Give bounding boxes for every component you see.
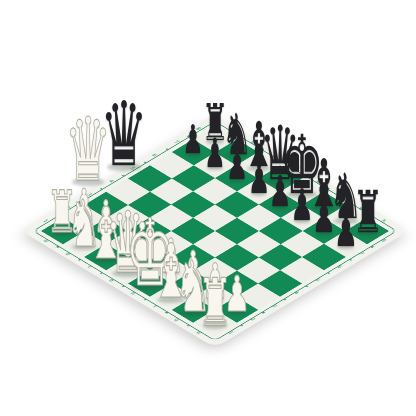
border-dot	[240, 325, 243, 327]
coordinate-label: h	[195, 330, 202, 334]
coordinate-label: 4	[107, 179, 114, 183]
coordinate-label: e	[314, 180, 321, 184]
coordinate-label: 1	[227, 330, 234, 334]
border-dot	[305, 285, 308, 287]
coordinate-label: 7	[172, 140, 179, 144]
border-dot	[143, 299, 146, 301]
coordinate-label: 3	[85, 192, 92, 196]
border-dot	[371, 246, 374, 248]
border-dot	[262, 312, 265, 314]
border-dot	[100, 272, 103, 274]
border-dot	[165, 312, 168, 314]
border-dot	[327, 188, 330, 190]
border-dot	[305, 174, 308, 176]
border-dot	[78, 201, 81, 203]
coordinate-label: 5	[314, 278, 321, 282]
coordinate-label: e	[130, 291, 137, 295]
border-dot	[56, 246, 59, 248]
coordinate-label: 4	[292, 291, 299, 295]
border-dot	[284, 299, 287, 301]
border-dot	[370, 214, 373, 216]
border-dot	[283, 161, 286, 163]
border-dot	[187, 135, 190, 137]
coordinate-label: 5	[129, 166, 136, 170]
coordinate-label: b	[249, 140, 256, 144]
coordinate-label: f	[151, 304, 158, 308]
border-dot	[78, 259, 81, 261]
border-dot	[349, 259, 352, 261]
coordinate-label: 7	[358, 251, 365, 255]
border-dot	[143, 161, 146, 163]
border-dot	[187, 325, 190, 327]
coordinate-label: d	[293, 166, 300, 170]
border-dot	[56, 214, 59, 216]
border-dot	[165, 148, 168, 150]
coordinate-label: 2	[249, 317, 256, 321]
border-dot	[349, 201, 352, 203]
coordinate-label: c	[271, 153, 278, 157]
coordinate-label: a	[43, 239, 50, 243]
coordinate-label: h	[380, 219, 387, 223]
coordinate-label: a	[227, 127, 234, 131]
border-dot	[121, 285, 124, 287]
coordinate-label: b	[64, 252, 71, 256]
coordinate-label: 1	[42, 219, 49, 223]
coordinate-label: f	[336, 193, 343, 197]
chess-set-photo: aa88bb77cc66dd55ee44ff33gg22hh11 ♜♞♟♛♟♝♟…	[0, 0, 416, 416]
border-dot	[327, 272, 330, 274]
coordinate-label: d	[108, 278, 115, 282]
coordinate-label: 8	[379, 238, 386, 242]
coordinate-label: g	[173, 317, 180, 321]
chess-board	[41, 126, 390, 336]
coordinate-label: 2	[64, 205, 71, 209]
vinyl-roll-up-mat: aa88bb77cc66dd55ee44ff33gg22hh11	[21, 114, 408, 348]
border-dot	[121, 174, 124, 176]
coordinate-label: 6	[151, 153, 158, 157]
border-dot	[100, 188, 103, 190]
coordinate-label: 6	[336, 265, 343, 269]
border-dot	[240, 135, 243, 137]
coordinate-label: 8	[194, 127, 201, 131]
coordinate-label: c	[86, 265, 93, 269]
coordinate-label: 3	[270, 304, 277, 308]
border-dot	[262, 148, 265, 150]
coordinate-label: g	[358, 206, 365, 210]
